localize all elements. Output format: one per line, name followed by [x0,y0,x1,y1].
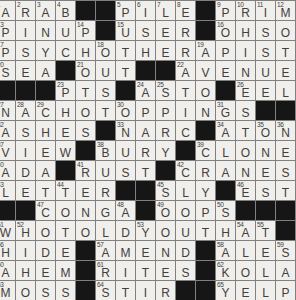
crossword-grid: 1A2R3A4B5P6I7L8E9P10R11I12M13PINU14P15US… [0,0,296,300]
crossword-viewport: 1A2R3A4B5P6I7L8E9P10R11I12M13PINU14P15US… [0,0,296,300]
cell-letter: N [236,167,255,179]
cell-letter: M [56,267,75,279]
cell-r15c1[interactable]: 63M [0,281,16,300]
black-cell-r14c5 [76,261,96,281]
cell-r12c4[interactable]: T [56,221,76,241]
cell-r11c3[interactable]: 47C [36,201,56,221]
cell-r9c2[interactable]: D [16,161,36,181]
cell-r5c6[interactable]: S [96,81,116,101]
cell-r2c5[interactable]: 14P [76,21,96,41]
cell-r14c12[interactable]: 62K [216,261,236,281]
cell-letter: H [216,227,235,239]
cell-r13c15[interactable]: 59S [276,241,296,261]
cell-letter: N [156,247,175,259]
cell-r6c2[interactable]: 28A [16,101,36,121]
cell-letter: S [0,67,15,79]
cell-r1c9[interactable]: 7L [156,1,176,21]
cell-letter: N [36,27,55,39]
cell-r2c7[interactable]: 15U [116,21,136,41]
cell-letter: M [276,7,295,19]
cell-r15c3[interactable]: S [36,281,56,300]
cell-letter: W [0,227,15,239]
cell-letter: E [156,267,175,279]
cell-r6c11[interactable]: N [196,101,216,121]
cell-letter: T [116,47,135,59]
cell-letter: V [0,147,15,159]
cell-r6c9[interactable]: P [156,101,176,121]
cell-r12c6[interactable]: L [96,221,116,241]
cell-letter: L [96,227,115,239]
cell-r1c15[interactable]: 12M [276,1,296,21]
cell-letter: E [56,127,75,139]
cell-r13c12[interactable]: 58A [216,241,236,261]
black-cell-r11c13 [236,201,256,221]
cell-letter: S [36,287,55,299]
cell-r1c12[interactable]: 9P [216,1,236,21]
cell-r15c7[interactable]: T [116,281,136,300]
cell-r15c14[interactable]: L [256,281,276,300]
cell-r11c6[interactable]: G [96,201,116,221]
cell-r2c1[interactable]: 13P [0,21,16,41]
black-cell-r11c14 [256,201,276,221]
cell-r15c8[interactable]: I [136,281,156,300]
cell-letter: T [136,167,155,179]
cell-letter: A [16,107,35,119]
cell-letter: M [0,287,15,299]
cell-letter: S [76,127,95,139]
cell-r3c5[interactable]: H [76,41,96,61]
cell-r3c6[interactable]: 18O [96,41,116,61]
cell-r2c13[interactable]: H [236,21,256,41]
cell-r12c12[interactable]: H [216,221,236,241]
cell-r2c4[interactable]: U [56,21,76,41]
cell-r8c8[interactable]: R [136,141,156,161]
black-cell-r4c8 [136,61,156,81]
cell-r3c15[interactable]: T [276,41,296,61]
cell-letter: E [156,47,175,59]
cell-r5c15[interactable]: L [276,81,296,101]
cell-letter: P [196,207,215,219]
cell-letter: C [36,107,55,119]
cell-r4c11[interactable]: V [196,61,216,81]
cell-r10c3[interactable]: T [36,181,56,201]
cell-r8c13[interactable]: O [236,141,256,161]
cell-letter: A [176,67,195,79]
cell-r12c2[interactable]: 52H [16,221,36,241]
cell-letter: I [16,27,35,39]
cell-r13c1[interactable]: 56H [0,241,16,261]
cell-r6c3[interactable]: 29C [36,101,56,121]
cell-letter: T [96,107,115,119]
cell-letter: R [156,287,175,299]
cell-r5c5[interactable]: T [76,81,96,101]
cell-r7c4[interactable]: E [56,121,76,141]
cell-letter: T [56,187,75,199]
cell-r12c14[interactable]: 55T [256,221,276,241]
cell-letter: I [136,7,155,19]
cell-r12c11[interactable]: T [196,221,216,241]
black-cell-r11c15 [276,201,296,221]
cell-r1c7[interactable]: 5P [116,1,136,21]
cell-r4c12[interactable]: E [216,61,236,81]
cell-r15c2[interactable]: O [16,281,36,300]
cell-letter: D [116,227,135,239]
cell-letter: G [216,107,235,119]
cell-r11c12[interactable]: 50S [216,201,236,221]
cell-r12c3[interactable]: O [36,221,56,241]
cell-letter: E [256,167,275,179]
cell-r8c11[interactable]: 39C [196,141,216,161]
black-cell-r15c5 [76,281,96,300]
cell-letter: N [116,127,135,139]
cell-r2c12[interactable]: 16O [216,21,236,41]
cell-r10c2[interactable]: E [16,181,36,201]
cell-letter: M [116,247,135,259]
cell-r5c4[interactable]: 23P [56,81,76,101]
cell-letter: E [236,87,255,99]
cell-r13c10[interactable]: D [176,241,196,261]
cell-r12c5[interactable]: O [76,221,96,241]
cell-r2c10[interactable]: R [176,21,196,41]
cell-letter: P [136,107,155,119]
black-cell-r6c14 [256,101,276,121]
cell-r5c11[interactable]: O [196,81,216,101]
cell-r1c14[interactable]: 11I [256,1,276,21]
cell-letter: E [276,67,295,79]
cell-r14c8[interactable]: T [136,261,156,281]
cell-r13c8[interactable]: E [136,241,156,261]
cell-r12c8[interactable]: 53Y [136,221,156,241]
cell-letter: C [176,127,195,139]
cell-letter: O [216,27,235,39]
cell-letter: H [56,107,75,119]
cell-letter: H [136,47,155,59]
cell-r7c9[interactable]: R [156,121,176,141]
cell-letter: E [136,247,155,259]
cell-r15c15[interactable]: P [276,281,296,300]
cell-letter: O [256,127,275,139]
cell-letter: S [256,47,275,59]
cell-r10c14[interactable]: S [256,181,276,201]
cell-r9c7[interactable]: S [116,161,136,181]
cell-r12c9[interactable]: O [156,221,176,241]
cell-r14c1[interactable]: 60A [0,261,16,281]
cell-r7c5[interactable]: S [76,121,96,141]
cell-r8c15[interactable]: E [276,141,296,161]
cell-letter: N [76,207,95,219]
black-cell-r6c15 [276,101,296,121]
cell-r6c12[interactable]: 31G [216,101,236,121]
cell-r8c1[interactable]: 37V [0,141,16,161]
cell-r13c7[interactable]: M [116,241,136,261]
cell-r8c12[interactable]: L [216,141,236,161]
cell-letter: P [216,47,235,59]
cell-r6c8[interactable]: P [136,101,156,121]
cell-r7c7[interactable]: 33N [116,121,136,141]
cell-r1c10[interactable]: 8E [176,1,196,21]
cell-letter: R [176,47,195,59]
black-cell-r4c4 [56,61,76,81]
cell-letter: R [156,127,175,139]
cell-r5c8[interactable]: 24A [136,81,156,101]
cell-r3c4[interactable]: C [56,41,76,61]
black-cell-r5c1 [0,81,16,101]
cell-r3c14[interactable]: S [256,41,276,61]
cell-r4c1[interactable]: 20S [0,61,16,81]
cell-r9c11[interactable]: R [196,161,216,181]
cell-r14c6[interactable]: 61R [96,261,116,281]
cell-r15c9[interactable]: R [156,281,176,300]
cell-r14c2[interactable]: H [16,261,36,281]
cell-r3c7[interactable]: T [116,41,136,61]
cell-r8c6[interactable]: 38B [96,141,116,161]
cell-r1c4[interactable]: 4B [56,1,76,21]
cell-r9c1[interactable]: 40A [0,161,16,181]
cell-r13c6[interactable]: 57A [96,241,116,261]
cell-letter: I [136,287,155,299]
cell-r9c12[interactable]: A [216,161,236,181]
cell-r3c11[interactable]: 19A [196,41,216,61]
cell-r8c2[interactable]: I [16,141,36,161]
cell-letter: A [196,47,215,59]
cell-letter: P [156,107,175,119]
cell-r12c7[interactable]: D [116,221,136,241]
cell-letter: H [0,247,15,259]
cell-r10c6[interactable]: R [96,181,116,201]
cell-letter: O [236,147,255,159]
cell-r4c2[interactable]: E [16,61,36,81]
cell-letter: R [16,7,35,19]
cell-r10c5[interactable]: E [76,181,96,201]
cell-letter: A [276,267,295,279]
cell-r5c10[interactable]: T [176,81,196,101]
cell-r12c13[interactable]: 54A [236,221,256,241]
cell-r14c14[interactable]: L [256,261,276,281]
cell-r1c3[interactable]: 3A [36,1,56,21]
cell-r7c8[interactable]: A [136,121,156,141]
cell-r8c3[interactable]: E [36,141,56,161]
cell-r15c12[interactable]: 65Y [216,281,236,300]
cell-r1c13[interactable]: 10R [236,1,256,21]
cell-letter: T [116,67,135,79]
cell-r7c12[interactable]: 34A [216,121,236,141]
cell-letter: A [216,127,235,139]
cell-r6c1[interactable]: 27N [0,101,16,121]
cell-r10c4[interactable]: 44T [56,181,76,201]
cell-r12c10[interactable]: U [176,221,196,241]
cell-r2c14[interactable]: S [256,21,276,41]
cell-r9c8[interactable]: T [136,161,156,181]
cell-letter: E [276,147,295,159]
cell-letter: R [76,167,95,179]
cell-letter: E [236,287,255,299]
cell-r2c3[interactable]: N [36,21,56,41]
cell-r6c5[interactable]: O [76,101,96,121]
cell-r2c15[interactable]: O [276,21,296,41]
cell-r14c4[interactable]: M [56,261,76,281]
cell-r13c3[interactable]: D [36,241,56,261]
cell-letter: R [236,7,255,19]
cell-r3c8[interactable]: H [136,41,156,61]
cell-r3c9[interactable]: E [156,41,176,61]
cell-r14c9[interactable]: E [156,261,176,281]
cell-r10c1[interactable]: 43L [0,181,16,201]
cell-r9c6[interactable]: U [96,161,116,181]
cell-r14c15[interactable]: A [276,261,296,281]
cell-letter: N [236,67,255,79]
cell-r4c3[interactable]: A [36,61,56,81]
cell-r3c3[interactable]: Y [36,41,56,61]
cell-r1c8[interactable]: 6I [136,1,156,21]
black-cell-r13c5 [76,241,96,261]
cell-r1c2[interactable]: 2R [16,1,36,21]
cell-letter: N [256,147,275,159]
cell-r8c14[interactable]: N [256,141,276,161]
cell-letter: O [96,47,115,59]
cell-letter: S [136,27,155,39]
cell-letter: L [216,147,235,159]
black-cell-r2c11 [196,21,216,41]
cell-r3c2[interactable]: S [16,41,36,61]
cell-r15c4[interactable]: S [56,281,76,300]
cell-r11c9[interactable]: 49O [156,201,176,221]
cell-r9c5[interactable]: 41R [76,161,96,181]
cell-r3c12[interactable]: P [216,41,236,61]
cell-letter: A [116,207,135,219]
cell-r10c9[interactable]: 45S [156,181,176,201]
cell-letter: S [116,167,135,179]
cell-r9c15[interactable]: S [276,161,296,181]
cell-letter: A [136,87,155,99]
cell-r4c7[interactable]: T [116,61,136,81]
cell-letter: R [176,27,195,39]
cell-letter: Y [216,287,235,299]
cell-r7c3[interactable]: H [36,121,56,141]
cell-r10c15[interactable]: T [276,181,296,201]
black-cell-r5c12 [216,81,236,101]
black-cell-r5c7 [116,81,136,101]
cell-r10c10[interactable]: L [176,181,196,201]
cell-r2c9[interactable]: E [156,21,176,41]
cell-r7c14[interactable]: 35O [256,121,276,141]
cell-r7c2[interactable]: S [16,121,36,141]
cell-r2c2[interactable]: I [16,21,36,41]
cell-letter: S [176,267,195,279]
cell-letter: A [36,67,55,79]
cell-r3c10[interactable]: R [176,41,196,61]
cell-r10c11[interactable]: Y [196,181,216,201]
cell-letter: O [196,87,215,99]
cell-r11c11[interactable]: P [196,201,216,221]
cell-r15c6[interactable]: 64S [96,281,116,300]
cell-r11c5[interactable]: N [76,201,96,221]
cell-letter: O [176,207,195,219]
cell-r13c4[interactable]: E [56,241,76,261]
black-cell-r1c6 [96,1,116,21]
cell-r7c13[interactable]: T [236,121,256,141]
cell-r13c13[interactable]: L [236,241,256,261]
cell-r5c9[interactable]: 25S [156,81,176,101]
cell-r13c2[interactable]: I [16,241,36,261]
cell-r5c13[interactable]: 26E [236,81,256,101]
cell-r4c14[interactable]: U [256,61,276,81]
cell-r5c14[interactable]: E [256,81,276,101]
cell-letter: T [256,227,275,239]
cell-r14c13[interactable]: O [236,261,256,281]
cell-letter: S [156,87,175,99]
cell-letter: D [36,247,55,259]
cell-r9c13[interactable]: N [236,161,256,181]
cell-letter: C [36,207,55,219]
cell-r8c7[interactable]: U [116,141,136,161]
cell-r11c7[interactable]: 48A [116,201,136,221]
cell-letter: O [76,67,95,79]
cell-r14c7[interactable]: I [116,261,136,281]
cell-r7c1[interactable]: 32A [0,121,16,141]
cell-r3c13[interactable]: I [236,41,256,61]
cell-r6c10[interactable]: I [176,101,196,121]
cell-r2c8[interactable]: S [136,21,156,41]
cell-r9c14[interactable]: E [256,161,276,181]
cell-r4c5[interactable]: 21O [76,61,96,81]
cell-letter: R [96,267,115,279]
cell-r13c14[interactable]: E [256,241,276,261]
cell-r11c4[interactable]: O [56,201,76,221]
cell-letter: I [176,107,195,119]
cell-r11c10[interactable]: O [176,201,196,221]
cell-letter: Y [156,147,175,159]
black-cell-r5c2 [16,81,36,101]
cell-letter: T [196,227,215,239]
cell-r7c10[interactable]: C [176,121,196,141]
black-cell-r8c5 [76,141,96,161]
cell-letter: A [0,7,15,19]
cell-r6c6[interactable]: T [96,101,116,121]
cell-letter: E [176,7,195,19]
cell-r13c9[interactable]: N [156,241,176,261]
cell-r15c13[interactable]: E [236,281,256,300]
cell-r6c4[interactable]: H [56,101,76,121]
cell-letter: S [216,207,235,219]
cell-r4c6[interactable]: U [96,61,116,81]
black-cell-r10c8 [136,181,156,201]
cell-r6c13[interactable]: S [236,101,256,121]
cell-r14c3[interactable]: E [36,261,56,281]
cell-r9c3[interactable]: A [36,161,56,181]
cell-r4c15[interactable]: E [276,61,296,81]
cell-r14c10[interactable]: S [176,261,196,281]
cell-r7c15[interactable]: 36N [276,121,296,141]
cell-letter: E [216,67,235,79]
cell-r3c1[interactable]: 17P [0,41,16,61]
black-cell-r10c12 [216,181,236,201]
cell-r8c4[interactable]: W [56,141,76,161]
cell-letter: A [0,167,15,179]
cell-letter: E [36,267,55,279]
cell-r8c9[interactable]: Y [156,141,176,161]
cell-r1c1[interactable]: 1A [0,1,16,21]
cell-r9c10[interactable]: 42C [176,161,196,181]
cell-letter: S [236,107,255,119]
cell-r10c13[interactable]: 46E [236,181,256,201]
cell-r4c10[interactable]: 22A [176,61,196,81]
cell-r12c1[interactable]: 51W [0,221,16,241]
cell-r4c13[interactable]: N [236,61,256,81]
cell-r6c7[interactable]: 30O [116,101,136,121]
cell-letter: A [136,127,155,139]
cell-letter: P [116,7,135,19]
cell-letter: U [176,227,195,239]
